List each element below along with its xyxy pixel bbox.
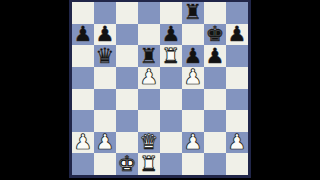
white-pawn: ♟	[184, 132, 203, 153]
board-frame: ♜♟♟♟♚♟♛♜♜♟♟♟♟♟♟♛♟♟♚♜	[69, 0, 251, 178]
white-king: ♚	[118, 153, 137, 174]
square-b3	[94, 110, 116, 132]
square-h1	[226, 153, 248, 175]
square-h5	[226, 67, 248, 89]
black-pawn: ♟	[206, 45, 225, 66]
square-f8: ♜	[182, 2, 204, 24]
square-d4	[138, 89, 160, 111]
square-e1	[160, 153, 182, 175]
square-b4	[94, 89, 116, 111]
square-e7: ♟	[160, 24, 182, 46]
square-d7	[138, 24, 160, 46]
square-f3	[182, 110, 204, 132]
square-a7: ♟	[72, 24, 94, 46]
square-a5	[72, 67, 94, 89]
square-g6: ♟	[204, 45, 226, 67]
square-a4	[72, 89, 94, 111]
square-g3	[204, 110, 226, 132]
black-pawn: ♟	[96, 24, 115, 45]
square-g1	[204, 153, 226, 175]
black-pawn: ♟	[228, 24, 247, 45]
square-d6: ♜	[138, 45, 160, 67]
square-a2: ♟	[72, 132, 94, 154]
square-b2: ♟	[94, 132, 116, 154]
square-b1	[94, 153, 116, 175]
square-b7: ♟	[94, 24, 116, 46]
square-b5	[94, 67, 116, 89]
square-h6	[226, 45, 248, 67]
square-g2	[204, 132, 226, 154]
white-pawn: ♟	[96, 132, 115, 153]
square-f4	[182, 89, 204, 111]
white-rook: ♜	[162, 45, 181, 66]
square-c5	[116, 67, 138, 89]
square-c2	[116, 132, 138, 154]
square-e8	[160, 2, 182, 24]
square-h7: ♟	[226, 24, 248, 46]
square-b8	[94, 2, 116, 24]
square-a3	[72, 110, 94, 132]
square-d2: ♛	[138, 132, 160, 154]
square-g7: ♚	[204, 24, 226, 46]
square-b6: ♛	[94, 45, 116, 67]
square-g8	[204, 2, 226, 24]
square-d5: ♟	[138, 67, 160, 89]
square-h2: ♟	[226, 132, 248, 154]
black-pawn: ♟	[74, 24, 93, 45]
white-rook: ♜	[140, 153, 159, 174]
square-e3	[160, 110, 182, 132]
square-d1: ♜	[138, 153, 160, 175]
square-a1	[72, 153, 94, 175]
white-pawn: ♟	[74, 132, 93, 153]
square-g4	[204, 89, 226, 111]
black-pawn: ♟	[184, 45, 203, 66]
square-a6	[72, 45, 94, 67]
square-a8	[72, 2, 94, 24]
square-e5	[160, 67, 182, 89]
square-e4	[160, 89, 182, 111]
square-f1	[182, 153, 204, 175]
black-pawn: ♟	[162, 24, 181, 45]
square-c4	[116, 89, 138, 111]
square-e6: ♜	[160, 45, 182, 67]
black-rook: ♜	[184, 2, 203, 23]
square-f5: ♟	[182, 67, 204, 89]
square-d8	[138, 2, 160, 24]
white-queen: ♛	[140, 132, 159, 153]
square-e2	[160, 132, 182, 154]
white-pawn: ♟	[228, 132, 247, 153]
square-d3	[138, 110, 160, 132]
square-f7	[182, 24, 204, 46]
square-h3	[226, 110, 248, 132]
square-c6	[116, 45, 138, 67]
square-g5	[204, 67, 226, 89]
square-c1: ♚	[116, 153, 138, 175]
white-pawn: ♟	[184, 67, 203, 88]
square-h4	[226, 89, 248, 111]
video-frame: ♜♟♟♟♚♟♛♜♜♟♟♟♟♟♟♛♟♟♚♜	[0, 0, 320, 180]
square-c7	[116, 24, 138, 46]
black-rook: ♜	[140, 45, 159, 66]
white-pawn: ♟	[140, 67, 159, 88]
square-c3	[116, 110, 138, 132]
square-f2: ♟	[182, 132, 204, 154]
square-f6: ♟	[182, 45, 204, 67]
square-h8	[226, 2, 248, 24]
black-queen: ♛	[96, 45, 115, 66]
black-king: ♚	[206, 24, 225, 45]
chess-board: ♜♟♟♟♚♟♛♜♜♟♟♟♟♟♟♛♟♟♚♜	[72, 2, 248, 175]
square-c8	[116, 2, 138, 24]
